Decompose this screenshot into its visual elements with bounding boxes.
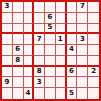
sudoku-cell-r5c7: 4	[67, 45, 78, 56]
sudoku-cell-r4c7[interactable]	[67, 34, 78, 45]
sudoku-cell-r7c5[interactable]	[45, 67, 56, 78]
sudoku-cell-r1c3[interactable]	[24, 2, 35, 13]
sudoku-cell-r1c5[interactable]	[45, 2, 56, 13]
sudoku-cell-r7c9: 2	[88, 67, 99, 78]
sudoku-cell-r2c6[interactable]	[56, 13, 67, 24]
sudoku-cell-r3c3[interactable]	[24, 24, 35, 35]
sudoku-cell-r5c1[interactable]	[2, 45, 13, 56]
sudoku-cell-r7c7: 6	[67, 67, 78, 78]
sudoku-cell-r8c9[interactable]	[88, 77, 99, 88]
sudoku-cell-r6c9[interactable]	[88, 56, 99, 67]
sudoku-board: 37657136488629345	[0, 0, 101, 101]
sudoku-cell-r4c9[interactable]	[88, 34, 99, 45]
sudoku-cell-r2c4[interactable]	[34, 13, 45, 24]
sudoku-cell-r1c7[interactable]	[67, 2, 78, 13]
sudoku-cell-r2c5: 6	[45, 13, 56, 24]
sudoku-cell-r9c8[interactable]	[77, 88, 88, 99]
sudoku-cell-r8c2[interactable]	[13, 77, 24, 88]
sudoku-cell-r5c9[interactable]	[88, 45, 99, 56]
sudoku-cell-r7c2[interactable]	[13, 67, 24, 78]
sudoku-cell-r5c2: 6	[13, 45, 24, 56]
sudoku-cell-r6c4[interactable]	[34, 56, 45, 67]
sudoku-cell-r9c6[interactable]	[56, 88, 67, 99]
sudoku-cell-r3c8[interactable]	[77, 24, 88, 35]
sudoku-cell-r7c3[interactable]	[24, 67, 35, 78]
sudoku-cell-r4c5[interactable]	[45, 34, 56, 45]
sudoku-cell-r2c9[interactable]	[88, 13, 99, 24]
sudoku-cell-r7c8[interactable]	[77, 67, 88, 78]
sudoku-cell-r9c3: 4	[24, 88, 35, 99]
sudoku-cell-r6c3[interactable]	[24, 56, 35, 67]
sudoku-cell-r6c2: 8	[13, 56, 24, 67]
sudoku-cell-r2c1[interactable]	[2, 13, 13, 24]
sudoku-cell-r6c1[interactable]	[2, 56, 13, 67]
sudoku-cell-r8c5[interactable]	[45, 77, 56, 88]
sudoku-cell-r1c1: 3	[2, 2, 13, 13]
sudoku-cell-r8c1: 9	[2, 77, 13, 88]
sudoku-cell-r4c6: 1	[56, 34, 67, 45]
sudoku-cell-r9c1[interactable]	[2, 88, 13, 99]
sudoku-cell-r2c8[interactable]	[77, 13, 88, 24]
sudoku-cell-r8c6[interactable]	[56, 77, 67, 88]
sudoku-cell-r8c7[interactable]	[67, 77, 78, 88]
sudoku-cell-r8c8[interactable]	[77, 77, 88, 88]
sudoku-cell-r1c2[interactable]	[13, 2, 24, 13]
sudoku-cell-r2c2[interactable]	[13, 13, 24, 24]
sudoku-cell-r8c4: 3	[34, 77, 45, 88]
sudoku-cell-r7c4: 8	[34, 67, 45, 78]
sudoku-cell-r3c9[interactable]	[88, 24, 99, 35]
sudoku-cell-r4c3[interactable]	[24, 34, 35, 45]
sudoku-cell-r9c4[interactable]	[34, 88, 45, 99]
sudoku-cell-r4c8: 3	[77, 34, 88, 45]
sudoku-cell-r2c3[interactable]	[24, 13, 35, 24]
sudoku-cell-r3c2[interactable]	[13, 24, 24, 35]
sudoku-cell-r6c5[interactable]	[45, 56, 56, 67]
sudoku-cell-r5c8[interactable]	[77, 45, 88, 56]
sudoku-cell-r8c3[interactable]	[24, 77, 35, 88]
sudoku-cell-r1c8: 7	[77, 2, 88, 13]
sudoku-cell-r6c7[interactable]	[67, 56, 78, 67]
sudoku-cell-r4c2[interactable]	[13, 34, 24, 45]
sudoku-cell-r5c4[interactable]	[34, 45, 45, 56]
sudoku-cell-r6c6[interactable]	[56, 56, 67, 67]
sudoku-cell-r5c5[interactable]	[45, 45, 56, 56]
sudoku-cell-r2c7[interactable]	[67, 13, 78, 24]
sudoku-cell-r1c4[interactable]	[34, 2, 45, 13]
sudoku-cell-r6c8[interactable]	[77, 56, 88, 67]
sudoku-cell-r5c6[interactable]	[56, 45, 67, 56]
sudoku-cell-r3c7[interactable]	[67, 24, 78, 35]
sudoku-cell-r3c4[interactable]	[34, 24, 45, 35]
sudoku-cell-r7c6[interactable]	[56, 67, 67, 78]
sudoku-cell-r3c1[interactable]	[2, 24, 13, 35]
sudoku-cell-r3c6[interactable]	[56, 24, 67, 35]
sudoku-cell-r9c5[interactable]	[45, 88, 56, 99]
sudoku-cell-r9c7: 5	[67, 88, 78, 99]
sudoku-cell-r1c6[interactable]	[56, 2, 67, 13]
sudoku-cell-r7c1[interactable]	[2, 67, 13, 78]
sudoku-cell-r9c2[interactable]	[13, 88, 24, 99]
sudoku-cell-r9c9[interactable]	[88, 88, 99, 99]
sudoku-cell-r5c3[interactable]	[24, 45, 35, 56]
sudoku-cell-r3c5: 5	[45, 24, 56, 35]
sudoku-cell-r1c9[interactable]	[88, 2, 99, 13]
sudoku-cell-r4c1[interactable]	[2, 34, 13, 45]
sudoku-cell-r4c4: 7	[34, 34, 45, 45]
